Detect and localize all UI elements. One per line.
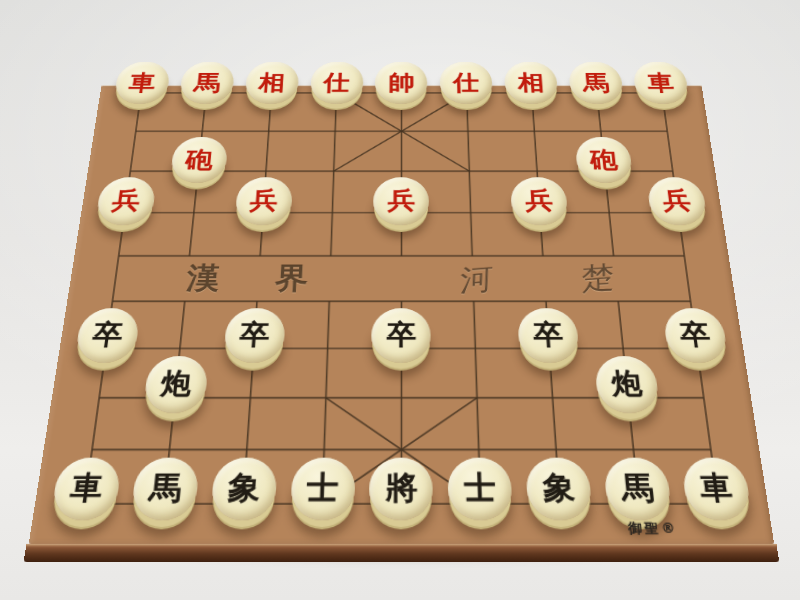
piece-black-advisor[interactable]: 士 <box>289 458 355 521</box>
piece-red-elephant[interactable]: 相 <box>504 62 559 105</box>
piece-character: 馬 <box>620 473 655 504</box>
piece-black-elephant[interactable]: 象 <box>210 458 278 521</box>
board-front-edge <box>23 544 779 562</box>
xiangqi-board: 漢 界 河 楚 車馬相仕帥仕相馬車砲砲兵兵兵兵兵卒卒卒卒卒炮炮車馬象士將士象馬車… <box>29 86 775 544</box>
perspective-scene: 漢 界 河 楚 車馬相仕帥仕相馬車砲砲兵兵兵兵兵卒卒卒卒卒炮炮車馬象士將士象馬車… <box>0 0 800 600</box>
board-points: 車馬相仕帥仕相馬車砲砲兵兵兵兵兵卒卒卒卒卒炮炮車馬象士將士象馬車 <box>41 75 763 533</box>
piece-red-advisor[interactable]: 仕 <box>310 62 364 105</box>
piece-black-soldier[interactable]: 卒 <box>662 308 729 363</box>
piece-character: 相 <box>258 72 286 93</box>
piece-character: 馬 <box>582 72 610 93</box>
piece-red-soldier[interactable]: 兵 <box>646 177 708 225</box>
piece-red-cannon[interactable]: 砲 <box>574 137 633 183</box>
piece-red-cannon[interactable]: 砲 <box>169 137 228 183</box>
piece-red-elephant[interactable]: 相 <box>244 62 299 105</box>
piece-character: 象 <box>227 473 261 504</box>
piece-character: 帥 <box>388 72 414 93</box>
piece-character: 仕 <box>453 72 480 93</box>
piece-character: 炮 <box>159 370 192 399</box>
piece-character: 卒 <box>387 322 417 349</box>
piece-character: 將 <box>385 473 417 504</box>
piece-red-horse[interactable]: 馬 <box>179 62 236 105</box>
piece-black-horse[interactable]: 馬 <box>603 458 673 521</box>
piece-red-chariot[interactable]: 車 <box>632 62 690 105</box>
piece-character: 馬 <box>193 72 221 93</box>
piece-red-soldier[interactable]: 兵 <box>95 177 157 225</box>
piece-character: 兵 <box>387 189 415 213</box>
piece-character: 兵 <box>249 189 278 213</box>
piece-character: 車 <box>698 473 734 504</box>
piece-black-cannon[interactable]: 炮 <box>594 356 660 413</box>
piece-character: 士 <box>306 473 339 504</box>
piece-character: 車 <box>69 473 105 504</box>
piece-character: 兵 <box>524 189 553 213</box>
piece-character: 馬 <box>148 473 183 504</box>
piece-character: 卒 <box>533 322 564 349</box>
piece-character: 仕 <box>323 72 350 93</box>
piece-black-elephant[interactable]: 象 <box>525 458 593 521</box>
piece-character: 砲 <box>589 148 619 171</box>
piece-black-general[interactable]: 將 <box>369 458 433 521</box>
piece-character: 士 <box>464 473 497 504</box>
piece-character: 卒 <box>239 322 271 349</box>
piece-character: 象 <box>542 473 576 504</box>
piece-black-cannon[interactable]: 炮 <box>142 356 209 413</box>
piece-character: 卒 <box>91 322 124 349</box>
piece-red-soldier[interactable]: 兵 <box>234 177 293 225</box>
piece-character: 卒 <box>679 322 712 349</box>
piece-character: 炮 <box>610 370 643 399</box>
piece-red-general[interactable]: 帥 <box>375 62 428 105</box>
piece-character: 車 <box>646 72 675 93</box>
piece-black-soldier[interactable]: 卒 <box>223 308 286 363</box>
maker-mark: 御聖® <box>627 519 707 538</box>
piece-black-soldier[interactable]: 卒 <box>371 308 431 363</box>
piece-black-soldier[interactable]: 卒 <box>517 308 580 363</box>
piece-red-soldier[interactable]: 兵 <box>373 177 429 225</box>
piece-black-horse[interactable]: 馬 <box>130 458 200 521</box>
piece-red-soldier[interactable]: 兵 <box>510 177 569 225</box>
piece-character: 車 <box>128 72 157 93</box>
photo-backdrop: 漢 界 河 楚 車馬相仕帥仕相馬車砲砲兵兵兵兵兵卒卒卒卒卒炮炮車馬象士將士象馬車… <box>0 0 800 600</box>
piece-character: 相 <box>517 72 545 93</box>
piece-red-advisor[interactable]: 仕 <box>440 62 494 105</box>
piece-black-chariot[interactable]: 車 <box>50 458 122 521</box>
piece-character: 兵 <box>111 189 142 213</box>
piece-black-advisor[interactable]: 士 <box>448 458 514 521</box>
piece-red-horse[interactable]: 馬 <box>568 62 625 105</box>
piece-black-soldier[interactable]: 卒 <box>74 308 141 363</box>
piece-character: 砲 <box>184 148 214 171</box>
piece-black-chariot[interactable]: 車 <box>681 458 753 521</box>
piece-character: 兵 <box>661 189 692 213</box>
piece-red-chariot[interactable]: 車 <box>113 62 171 105</box>
